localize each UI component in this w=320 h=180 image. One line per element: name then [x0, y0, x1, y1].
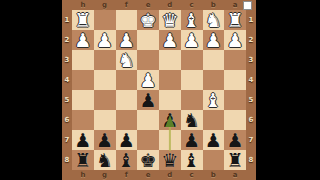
white-rook-h1[interactable]: ♜: [74, 10, 91, 30]
square-b4[interactable]: [203, 70, 225, 90]
square-c7[interactable]: ♟: [181, 130, 203, 150]
black-pawn-c7[interactable]: ♟: [183, 130, 200, 150]
square-f4[interactable]: [116, 70, 138, 90]
black-king-e8[interactable]: ♚: [140, 150, 157, 170]
file-label-g: g: [94, 0, 116, 10]
file-label-c: c: [181, 170, 203, 180]
square-d8[interactable]: ♛: [159, 150, 181, 170]
rank-label-6: 6: [62, 110, 72, 130]
white-bishop-b5[interactable]: ♝: [205, 90, 222, 110]
file-label-h: h: [72, 170, 94, 180]
rank-label-6: 6: [246, 110, 256, 130]
black-pawn-f7[interactable]: ♟: [118, 130, 135, 150]
square-f7[interactable]: ♟: [116, 130, 138, 150]
file-label-g: g: [94, 170, 116, 180]
black-pawn-a7[interactable]: ♟: [227, 130, 244, 150]
rank-labels-right: 12345678: [246, 10, 256, 170]
square-d2[interactable]: ♟: [159, 30, 181, 50]
square-d5[interactable]: [159, 90, 181, 110]
rank-label-7: 7: [62, 130, 72, 150]
file-label-f: f: [116, 0, 138, 10]
square-h6[interactable]: [72, 110, 94, 130]
file-label-e: e: [137, 170, 159, 180]
white-pawn-e4[interactable]: ♟: [140, 70, 157, 90]
square-h1[interactable]: ♜: [72, 10, 94, 30]
square-c2[interactable]: ♟: [181, 30, 203, 50]
square-d1[interactable]: ♛: [159, 10, 181, 30]
square-h2[interactable]: ♟: [72, 30, 94, 50]
square-b2[interactable]: ♟: [203, 30, 225, 50]
square-e6[interactable]: [137, 110, 159, 130]
square-f6[interactable]: [116, 110, 138, 130]
square-g5[interactable]: [94, 90, 116, 110]
rank-label-5: 5: [62, 90, 72, 110]
square-d6[interactable]: ♟: [159, 110, 181, 130]
file-labels-bottom: hgfedcba: [72, 170, 246, 180]
rank-labels-left: 12345678: [62, 10, 72, 170]
square-b3[interactable]: [203, 50, 225, 70]
square-g7[interactable]: ♟: [94, 130, 116, 150]
square-a7[interactable]: ♟: [224, 130, 246, 150]
rank-label-1: 1: [246, 10, 256, 30]
square-e5[interactable]: ♟: [137, 90, 159, 110]
square-g8[interactable]: ♞: [94, 150, 116, 170]
rank-label-5: 5: [246, 90, 256, 110]
chess-board: hgfedcba hgfedcba 12345678 12345678 ♜♚♛♝…: [62, 0, 256, 180]
black-bishop-f8[interactable]: ♝: [118, 150, 135, 170]
black-rook-h8[interactable]: ♜: [74, 150, 91, 170]
square-a8[interactable]: ♜: [224, 150, 246, 170]
square-f3[interactable]: ♞: [116, 50, 138, 70]
rank-label-3: 3: [62, 50, 72, 70]
square-b1[interactable]: ♞: [203, 10, 225, 30]
square-a2[interactable]: ♟: [224, 30, 246, 50]
square-a5[interactable]: [224, 90, 246, 110]
square-e8[interactable]: ♚: [137, 150, 159, 170]
rank-label-3: 3: [246, 50, 256, 70]
square-c1[interactable]: ♝: [181, 10, 203, 30]
white-pawn-b2[interactable]: ♟: [205, 30, 222, 50]
square-e1[interactable]: ♚: [137, 10, 159, 30]
black-pawn-e5[interactable]: ♟: [140, 90, 157, 110]
rank-label-2: 2: [62, 30, 72, 50]
square-h7[interactable]: ♟: [72, 130, 94, 150]
black-pawn-b7[interactable]: ♟: [205, 130, 222, 150]
rank-label-2: 2: [246, 30, 256, 50]
white-pawn-g2[interactable]: ♟: [96, 30, 113, 50]
square-a6[interactable]: [224, 110, 246, 130]
black-knight-g8[interactable]: ♞: [96, 150, 113, 170]
square-b7[interactable]: ♟: [203, 130, 225, 150]
square-b6[interactable]: [203, 110, 225, 130]
square-b8[interactable]: [203, 150, 225, 170]
white-pawn-c2[interactable]: ♟: [183, 30, 200, 50]
black-rook-a8[interactable]: ♜: [227, 150, 244, 170]
square-e3[interactable]: [137, 50, 159, 70]
square-a1[interactable]: ♜: [224, 10, 246, 30]
white-knight-b1[interactable]: ♞: [205, 10, 222, 30]
white-pawn-d2[interactable]: ♟: [161, 30, 178, 50]
square-c6[interactable]: ♞: [181, 110, 203, 130]
square-h8[interactable]: ♜: [72, 150, 94, 170]
rank-label-4: 4: [246, 70, 256, 90]
square-c8[interactable]: ♝: [181, 150, 203, 170]
file-label-d: d: [159, 170, 181, 180]
square-e7[interactable]: [137, 130, 159, 150]
square-g3[interactable]: [94, 50, 116, 70]
square-c3[interactable]: [181, 50, 203, 70]
black-pawn-g7[interactable]: ♟: [96, 130, 113, 150]
square-e2[interactable]: [137, 30, 159, 50]
rank-label-8: 8: [246, 150, 256, 170]
white-king-e1[interactable]: ♚: [140, 10, 157, 30]
rank-label-7: 7: [246, 130, 256, 150]
white-pawn-h2[interactable]: ♟: [74, 30, 91, 50]
rank-label-1: 1: [62, 10, 72, 30]
video-frame: hgfedcba hgfedcba 12345678 12345678 ♜♚♛♝…: [0, 0, 320, 180]
black-pawn-d6[interactable]: ♟: [161, 110, 178, 130]
square-g2[interactable]: ♟: [94, 30, 116, 50]
square-g6[interactable]: [94, 110, 116, 130]
white-knight-f3[interactable]: ♞: [118, 50, 135, 70]
square-f8[interactable]: ♝: [116, 150, 138, 170]
white-rook-a1[interactable]: ♜: [227, 10, 244, 30]
white-bishop-c1[interactable]: ♝: [183, 10, 200, 30]
black-pawn-h7[interactable]: ♟: [74, 130, 91, 150]
square-f5[interactable]: [116, 90, 138, 110]
white-pawn-a2[interactable]: ♟: [227, 30, 244, 50]
rank-label-8: 8: [62, 150, 72, 170]
white-pawn-f2[interactable]: ♟: [118, 30, 135, 50]
square-h3[interactable]: [72, 50, 94, 70]
square-f1[interactable]: [116, 10, 138, 30]
file-label-b: b: [203, 170, 225, 180]
square-b5[interactable]: ♝: [203, 90, 225, 110]
square-d3[interactable]: [159, 50, 181, 70]
square-c5[interactable]: [181, 90, 203, 110]
black-queen-d8[interactable]: ♛: [161, 150, 178, 170]
file-label-a: a: [224, 170, 246, 180]
square-d4[interactable]: [159, 70, 181, 90]
rank-label-4: 4: [62, 70, 72, 90]
square-d7[interactable]: [159, 130, 181, 150]
square-a4[interactable]: [224, 70, 246, 90]
square-e4[interactable]: ♟: [137, 70, 159, 90]
black-knight-c6[interactable]: ♞: [183, 110, 200, 130]
square-a3[interactable]: [224, 50, 246, 70]
corner-square-marker-icon[interactable]: [243, 1, 252, 10]
white-queen-d1[interactable]: ♛: [161, 10, 178, 30]
file-label-f: f: [116, 170, 138, 180]
square-h4[interactable]: [72, 70, 94, 90]
square-f2[interactable]: ♟: [116, 30, 138, 50]
square-h5[interactable]: [72, 90, 94, 110]
black-bishop-c8[interactable]: ♝: [183, 150, 200, 170]
square-g4[interactable]: [94, 70, 116, 90]
board-grid: ♜♚♛♝♞♜♟♟♟♟♟♟♟♞♟♟♝♟♞♟♟♟♟♟♟♜♞♝♚♛♝♜: [72, 10, 246, 170]
square-g1[interactable]: [94, 10, 116, 30]
square-c4[interactable]: [181, 70, 203, 90]
